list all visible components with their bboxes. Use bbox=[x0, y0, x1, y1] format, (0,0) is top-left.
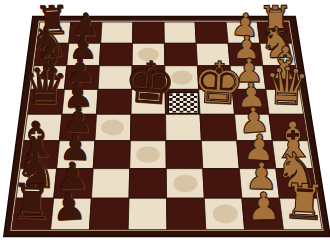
stain bbox=[213, 205, 238, 224]
square-c5 bbox=[97, 89, 132, 114]
square-h1 bbox=[280, 198, 323, 229]
stain bbox=[173, 175, 197, 193]
square-a8 bbox=[37, 22, 71, 43]
square-h5 bbox=[266, 89, 304, 114]
square-g8 bbox=[226, 22, 260, 43]
square-d8 bbox=[133, 22, 165, 43]
square-a5 bbox=[28, 89, 65, 114]
square-e7 bbox=[164, 43, 197, 65]
square-b8 bbox=[69, 22, 102, 43]
square-c8 bbox=[101, 22, 133, 43]
square-e8 bbox=[164, 22, 196, 43]
illustration-chessboard-scene: ♜♟♟♜♞♟♟♞♝♟♟♝♛♟♚♚♟♛♟♟♝♟♟♝♞♟♟♞♜♟♟♜ bbox=[0, 0, 330, 242]
square-e3 bbox=[166, 141, 203, 169]
square-g5 bbox=[232, 89, 269, 114]
square-d4 bbox=[130, 114, 166, 140]
square-e1 bbox=[167, 198, 206, 229]
square-b1 bbox=[51, 198, 92, 229]
square-b4 bbox=[59, 114, 96, 140]
square-g2 bbox=[239, 169, 279, 199]
square-a6 bbox=[31, 66, 67, 90]
square-b5 bbox=[62, 89, 98, 114]
stain bbox=[171, 71, 192, 85]
square-f2 bbox=[203, 169, 242, 199]
square-f4 bbox=[200, 114, 237, 140]
miniature-chessboard-icon bbox=[168, 92, 199, 114]
square-h8 bbox=[257, 22, 292, 43]
square-h3 bbox=[272, 141, 312, 169]
square-a4 bbox=[24, 114, 62, 140]
square-d6 bbox=[132, 66, 166, 90]
square-f6 bbox=[197, 66, 232, 90]
square-c1 bbox=[89, 198, 129, 229]
square-b2 bbox=[54, 169, 93, 199]
square-f3 bbox=[201, 141, 239, 169]
square-c7 bbox=[99, 43, 132, 65]
square-g1 bbox=[242, 198, 284, 229]
square-e4 bbox=[166, 114, 202, 140]
square-a3 bbox=[20, 141, 59, 169]
square-c2 bbox=[91, 169, 129, 199]
square-g7 bbox=[228, 43, 263, 65]
square-a7 bbox=[34, 43, 69, 65]
square-h6 bbox=[263, 66, 300, 90]
square-c3 bbox=[93, 141, 130, 169]
square-b7 bbox=[67, 43, 101, 65]
square-h7 bbox=[260, 43, 296, 65]
square-f7 bbox=[196, 43, 230, 65]
stain bbox=[101, 120, 124, 136]
chessboard bbox=[0, 0, 330, 242]
square-g3 bbox=[237, 141, 276, 169]
square-f5 bbox=[199, 89, 235, 114]
square-a1 bbox=[12, 198, 54, 229]
square-g6 bbox=[230, 66, 266, 90]
stain bbox=[136, 146, 159, 163]
square-d2 bbox=[129, 169, 167, 199]
square-a2 bbox=[16, 169, 57, 199]
square-b6 bbox=[64, 66, 99, 90]
square-d1 bbox=[128, 198, 167, 229]
square-f8 bbox=[195, 22, 228, 43]
square-c6 bbox=[98, 66, 132, 90]
square-h4 bbox=[269, 114, 308, 140]
stain bbox=[138, 48, 159, 61]
square-b3 bbox=[57, 141, 95, 169]
square-d5 bbox=[131, 89, 166, 114]
square-g4 bbox=[235, 114, 273, 140]
square-h2 bbox=[276, 169, 317, 199]
